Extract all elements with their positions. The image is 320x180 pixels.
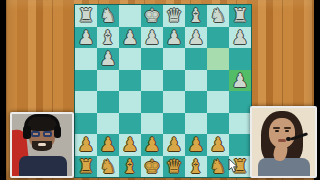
piece-wQ[interactable]: ♛	[165, 6, 182, 25]
headphone-cup-left	[23, 126, 31, 139]
square-c8[interactable]: ♝	[185, 156, 207, 178]
piece-bP[interactable]: ♟	[209, 135, 226, 154]
square-f2[interactable]: ♟	[119, 27, 141, 49]
square-g6[interactable]	[97, 113, 119, 135]
square-a1[interactable]: ♜	[229, 5, 251, 27]
piece-wB[interactable]: ♝	[99, 28, 116, 47]
piece-wP[interactable]: ♟	[121, 28, 138, 47]
piece-bP[interactable]: ♟	[121, 135, 138, 154]
piece-bB[interactable]: ♝	[187, 157, 204, 176]
mouth	[38, 143, 46, 146]
square-b7[interactable]: ♟	[207, 134, 229, 156]
square-f6[interactable]	[119, 113, 141, 135]
piece-bK[interactable]: ♚	[143, 157, 160, 176]
square-e4[interactable]	[141, 70, 163, 92]
square-h5[interactable]	[75, 91, 97, 113]
square-c2[interactable]: ♟	[185, 27, 207, 49]
piece-wB[interactable]: ♝	[187, 6, 204, 25]
square-g4[interactable]	[97, 70, 119, 92]
square-b2[interactable]	[207, 27, 229, 49]
square-g7[interactable]: ♟	[97, 134, 119, 156]
mouse-cursor	[228, 159, 240, 173]
square-h1[interactable]: ♜	[75, 5, 97, 27]
square-b4[interactable]	[207, 70, 229, 92]
piece-wK[interactable]: ♚	[143, 6, 160, 25]
eyebrow-right	[284, 127, 291, 129]
square-c7[interactable]: ♟	[185, 134, 207, 156]
piece-bP[interactable]: ♟	[77, 135, 94, 154]
piece-wP[interactable]: ♟	[231, 28, 248, 47]
square-c1[interactable]: ♝	[185, 5, 207, 27]
square-d6[interactable]	[163, 113, 185, 135]
piece-wP[interactable]: ♟	[143, 28, 160, 47]
square-b1[interactable]: ♞	[207, 5, 229, 27]
square-d8[interactable]: ♛	[163, 156, 185, 178]
square-e3[interactable]	[141, 48, 163, 70]
square-a5[interactable]	[229, 91, 251, 113]
square-e7[interactable]: ♟	[141, 134, 163, 156]
headphone-cup-right	[54, 126, 61, 138]
square-g8[interactable]: ♞	[97, 156, 119, 178]
piece-bP[interactable]: ♟	[187, 135, 204, 154]
square-f4[interactable]	[119, 70, 141, 92]
square-a3[interactable]	[229, 48, 251, 70]
square-a4[interactable]: ♟	[229, 70, 251, 92]
webcam-left	[10, 112, 74, 178]
piece-wP[interactable]: ♟	[231, 71, 248, 90]
square-h4[interactable]	[75, 70, 97, 92]
square-h2[interactable]: ♟	[75, 27, 97, 49]
square-f5[interactable]	[119, 91, 141, 113]
piece-bP[interactable]: ♟	[165, 135, 182, 154]
square-b3[interactable]	[207, 48, 229, 70]
square-d3[interactable]	[163, 48, 185, 70]
piece-bN[interactable]: ♞	[99, 157, 116, 176]
square-g3[interactable]: ♟	[97, 48, 119, 70]
square-f8[interactable]: ♝	[119, 156, 141, 178]
square-e5[interactable]	[141, 91, 163, 113]
torso	[19, 156, 67, 176]
stream-frame: ♜♞♚♛♝♞♜♟♝♟♟♟♟♟♟♟♟♟♟♟♟♟♟♜♞♝♚♛♝♞♜	[0, 0, 320, 180]
square-f7[interactable]: ♟	[119, 134, 141, 156]
headset-mic-tip	[286, 137, 291, 141]
piece-wP[interactable]: ♟	[187, 28, 204, 47]
square-d4[interactable]	[163, 70, 185, 92]
eyebrow-left	[273, 127, 280, 129]
webcam-right	[250, 106, 317, 178]
square-c6[interactable]	[185, 113, 207, 135]
eye-right	[285, 130, 289, 132]
piece-bR[interactable]: ♜	[77, 157, 94, 176]
piece-wR[interactable]: ♜	[231, 6, 248, 25]
piece-bB[interactable]: ♝	[121, 157, 138, 176]
glasses-right-lens	[43, 131, 52, 137]
square-a6[interactable]	[229, 113, 251, 135]
square-e8[interactable]: ♚	[141, 156, 163, 178]
piece-wR[interactable]: ♜	[77, 6, 94, 25]
square-b6[interactable]	[207, 113, 229, 135]
square-h8[interactable]: ♜	[75, 156, 97, 178]
piece-bN[interactable]: ♞	[209, 157, 226, 176]
mouth	[278, 139, 286, 142]
square-h3[interactable]	[75, 48, 97, 70]
square-c4[interactable]	[185, 70, 207, 92]
glasses-left-lens	[31, 131, 40, 137]
square-e1[interactable]: ♚	[141, 5, 163, 27]
square-d5[interactable]	[163, 91, 185, 113]
square-e2[interactable]: ♟	[141, 27, 163, 49]
chess-board[interactable]: ♜♞♚♛♝♞♜♟♝♟♟♟♟♟♟♟♟♟♟♟♟♟♟♜♞♝♚♛♝♞♜	[74, 4, 252, 178]
piece-wP[interactable]: ♟	[165, 28, 182, 47]
square-h6[interactable]	[75, 113, 97, 135]
piece-wP[interactable]: ♟	[99, 49, 116, 68]
square-d2[interactable]: ♟	[163, 27, 185, 49]
square-b8[interactable]: ♞	[207, 156, 229, 178]
square-e6[interactable]	[141, 113, 163, 135]
square-d1[interactable]: ♛	[163, 5, 185, 27]
torso	[258, 158, 310, 176]
square-b5[interactable]	[207, 91, 229, 113]
square-c5[interactable]	[185, 91, 207, 113]
piece-bP[interactable]: ♟	[99, 135, 116, 154]
eye-left	[275, 130, 279, 132]
square-a2[interactable]: ♟	[229, 27, 251, 49]
square-f1[interactable]	[119, 5, 141, 27]
headphones-band	[24, 114, 60, 127]
piece-bQ[interactable]: ♛	[165, 157, 182, 176]
piece-wP[interactable]: ♟	[77, 28, 94, 47]
piece-wN[interactable]: ♞	[99, 6, 116, 25]
square-f3[interactable]	[119, 48, 141, 70]
piece-wN[interactable]: ♞	[209, 6, 226, 25]
square-d7[interactable]: ♟	[163, 134, 185, 156]
square-h7[interactable]: ♟	[75, 134, 97, 156]
square-g2[interactable]: ♝	[97, 27, 119, 49]
square-g5[interactable]	[97, 91, 119, 113]
square-g1[interactable]: ♞	[97, 5, 119, 27]
square-a7[interactable]	[229, 134, 251, 156]
square-c3[interactable]	[185, 48, 207, 70]
piece-bP[interactable]: ♟	[143, 135, 160, 154]
